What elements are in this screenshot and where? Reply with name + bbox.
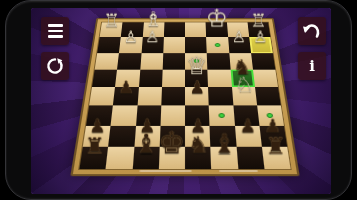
square-b1[interactable] [227,22,249,37]
undo-button[interactable] [298,17,326,45]
piece-bR-h8[interactable]: ♜ [77,135,111,157]
reset-button[interactable] [41,52,69,80]
watermark-mark [139,170,192,172]
piece-bP-g5[interactable]: ♟ [111,79,141,96]
square-h2[interactable] [97,37,121,53]
square-f3[interactable] [140,53,163,70]
piece-bB-c8[interactable]: ♝ [207,132,241,158]
board-scene: ♖♗♔♖♙♙♙♙♕♞♟♟♘♟♟♟♟♟♜♝♚♞♝♜ [31,8,331,194]
square-b3[interactable] [229,53,253,70]
hamburger-menu-icon [48,24,63,38]
square-c3[interactable] [207,53,230,70]
move-dot-d3[interactable] [193,59,199,63]
square-a2[interactable] [249,37,273,53]
square-g2[interactable] [119,37,142,53]
square-d2[interactable] [185,37,207,53]
menu-button[interactable] [41,17,69,45]
piece-bP-d5[interactable]: ♟ [182,79,212,96]
info-icon: i [309,57,315,75]
square-h1[interactable] [100,22,123,37]
square-e3[interactable] [162,53,185,70]
piece-bR-a8[interactable]: ♜ [259,135,293,157]
square-f2[interactable] [141,37,164,53]
rotate-reset-icon [46,57,64,75]
square-a1[interactable] [247,22,270,37]
square-d3[interactable] [185,53,208,70]
square-c2[interactable] [206,37,229,53]
square-d1[interactable] [185,22,206,37]
square-a3[interactable] [251,53,275,70]
square-e1[interactable] [164,22,185,37]
square-f4[interactable] [139,69,163,87]
move-dot-c6[interactable] [218,113,225,118]
undo-icon [302,22,322,40]
move-dot-c2[interactable] [215,43,221,47]
square-f1[interactable] [142,22,164,37]
piece-wN-b5[interactable]: ♘ [229,75,259,96]
square-b2[interactable] [228,37,251,53]
square-g3[interactable] [117,53,141,70]
watermark-mark [219,170,258,172]
square-h3[interactable] [95,53,119,70]
phone-frame: ♖♗♔♖♙♙♙♙♕♞♟♟♘♟♟♟♟♟♜♝♚♞♝♜ i [5,0,352,200]
game-screen: ♖♗♔♖♙♙♙♙♕♞♟♟♘♟♟♟♟♟♜♝♚♞♝♜ i [31,8,331,194]
square-c1[interactable] [206,22,228,37]
square-g1[interactable] [121,22,143,37]
info-button[interactable]: i [298,52,326,80]
square-e2[interactable] [163,37,185,53]
chess-board[interactable]: ♖♗♔♖♙♙♙♙♕♞♟♟♘♟♟♟♟♟♜♝♚♞♝♜ [70,18,299,176]
